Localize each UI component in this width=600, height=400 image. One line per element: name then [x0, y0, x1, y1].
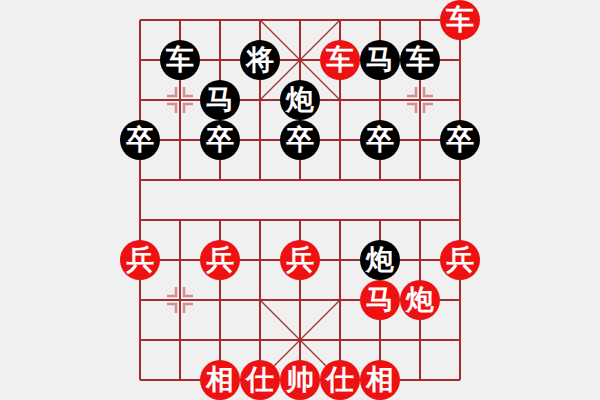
- piece-black-soldier[interactable]: 卒: [360, 120, 400, 160]
- xiangqi-board[interactable]: 车车将车马车马炮卒卒卒卒卒兵兵兵炮兵马炮相仕帅仕相: [120, 0, 480, 400]
- piece-black-chariot[interactable]: 车: [400, 40, 440, 80]
- piece-red-elephant[interactable]: 相: [200, 360, 240, 400]
- piece-red-soldier[interactable]: 兵: [280, 240, 320, 280]
- piece-red-chariot[interactable]: 车: [440, 0, 480, 40]
- piece-black-soldier[interactable]: 卒: [440, 120, 480, 160]
- piece-red-elephant[interactable]: 相: [360, 360, 400, 400]
- piece-red-soldier[interactable]: 兵: [200, 240, 240, 280]
- piece-red-cannon[interactable]: 炮: [400, 280, 440, 320]
- piece-black-cannon[interactable]: 炮: [360, 240, 400, 280]
- piece-red-soldier[interactable]: 兵: [440, 240, 480, 280]
- piece-red-soldier[interactable]: 兵: [120, 240, 160, 280]
- piece-black-soldier[interactable]: 卒: [120, 120, 160, 160]
- screen: 车车将车马车马炮卒卒卒卒卒兵兵兵炮兵马炮相仕帅仕相: [0, 0, 600, 400]
- piece-black-soldier[interactable]: 卒: [280, 120, 320, 160]
- piece-black-horse[interactable]: 马: [360, 40, 400, 80]
- piece-red-advisor[interactable]: 仕: [240, 360, 280, 400]
- piece-black-cannon[interactable]: 炮: [280, 80, 320, 120]
- piece-red-general[interactable]: 帅: [280, 360, 320, 400]
- piece-black-general[interactable]: 将: [240, 40, 280, 80]
- piece-red-advisor[interactable]: 仕: [320, 360, 360, 400]
- piece-black-soldier[interactable]: 卒: [200, 120, 240, 160]
- piece-black-chariot[interactable]: 车: [160, 40, 200, 80]
- piece-black-horse[interactable]: 马: [200, 80, 240, 120]
- piece-red-horse[interactable]: 马: [360, 280, 400, 320]
- piece-red-chariot[interactable]: 车: [320, 40, 360, 80]
